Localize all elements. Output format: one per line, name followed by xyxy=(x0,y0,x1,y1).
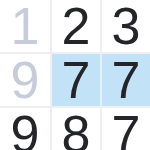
cell-r3c2[interactable]: 8 xyxy=(50,106,100,150)
cell-r3c1[interactable]: 9 xyxy=(0,106,50,150)
cell-r2c2[interactable]: 7 xyxy=(50,52,100,106)
cell-r1c2[interactable]: 2 xyxy=(50,0,100,52)
cell-r2c3[interactable]: 7 xyxy=(100,52,150,106)
cell-r1c3[interactable]: 3 xyxy=(100,0,150,52)
cell-r2c1: 9 xyxy=(0,52,50,106)
cell-r1c1: 1 xyxy=(0,0,50,52)
cell-r3c3[interactable]: 7 xyxy=(100,106,150,150)
number-match-board: 123977987 xyxy=(0,0,150,150)
